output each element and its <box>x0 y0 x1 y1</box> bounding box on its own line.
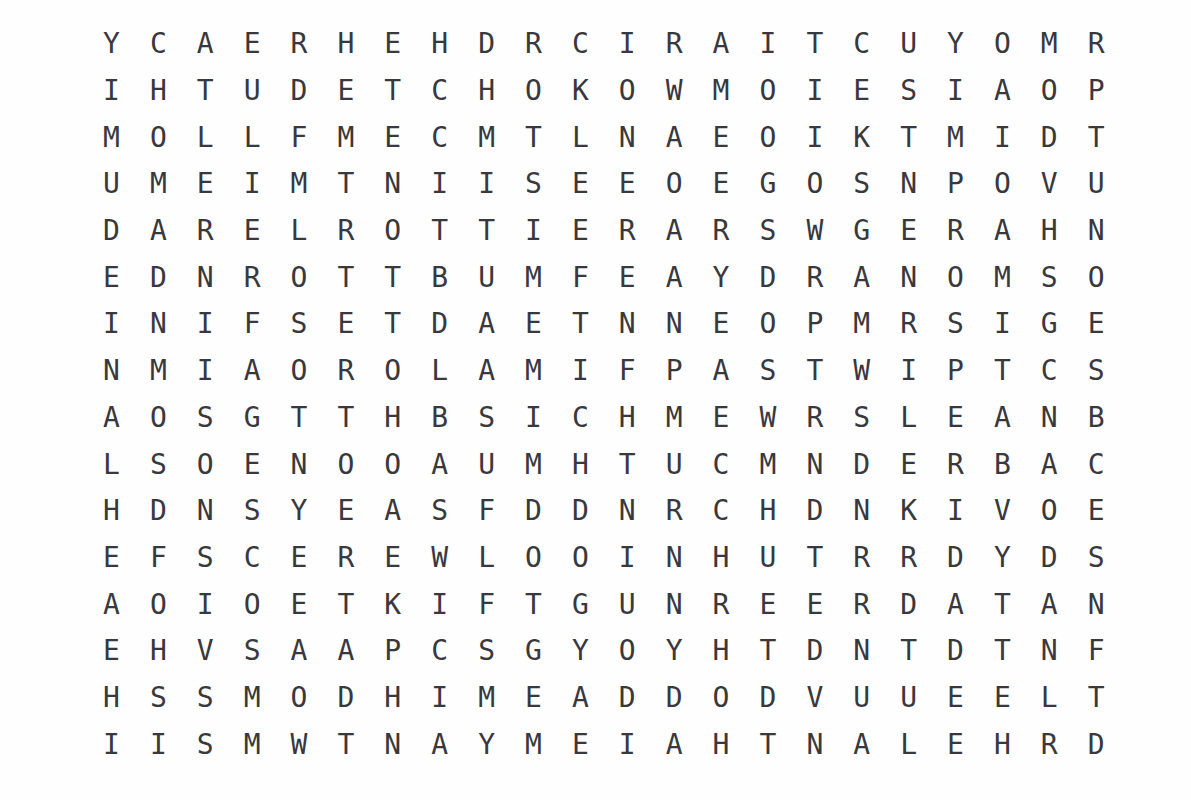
grid-cell[interactable]: T <box>510 114 557 161</box>
grid-cell[interactable]: O <box>1026 68 1073 115</box>
grid-cell[interactable]: H <box>604 395 651 442</box>
grid-cell[interactable]: R <box>932 441 979 488</box>
grid-cell[interactable]: O <box>604 68 651 115</box>
grid-cell[interactable]: W <box>651 68 698 115</box>
grid-cell[interactable]: E <box>229 21 276 68</box>
grid-cell[interactable]: A <box>182 21 229 68</box>
grid-cell[interactable]: F <box>1073 628 1120 675</box>
grid-cell[interactable]: G <box>1026 301 1073 348</box>
grid-cell[interactable]: I <box>744 21 791 68</box>
grid-cell[interactable]: E <box>885 441 932 488</box>
grid-cell[interactable]: E <box>322 488 369 535</box>
grid-cell[interactable]: E <box>322 68 369 115</box>
grid-cell[interactable]: O <box>698 675 745 722</box>
grid-cell[interactable]: M <box>651 395 698 442</box>
grid-cell[interactable]: E <box>182 161 229 208</box>
grid-cell[interactable]: N <box>182 254 229 301</box>
grid-cell[interactable]: E <box>369 21 416 68</box>
grid-cell[interactable]: O <box>744 68 791 115</box>
grid-cell[interactable]: E <box>557 161 604 208</box>
grid-cell[interactable]: R <box>885 535 932 582</box>
grid-cell[interactable]: E <box>838 68 885 115</box>
grid-cell[interactable]: D <box>932 628 979 675</box>
grid-cell[interactable]: R <box>698 581 745 628</box>
grid-cell[interactable]: I <box>182 301 229 348</box>
grid-cell[interactable]: D <box>604 675 651 722</box>
grid-cell[interactable]: A <box>979 208 1026 255</box>
grid-cell[interactable]: U <box>838 675 885 722</box>
grid-cell[interactable]: Y <box>463 721 510 768</box>
grid-cell[interactable]: O <box>510 68 557 115</box>
grid-cell[interactable]: E <box>698 161 745 208</box>
grid-cell[interactable]: H <box>698 721 745 768</box>
grid-cell[interactable]: M <box>744 441 791 488</box>
grid-cell[interactable]: D <box>1026 114 1073 161</box>
grid-cell[interactable]: I <box>932 488 979 535</box>
grid-cell[interactable]: S <box>276 301 323 348</box>
grid-cell[interactable]: M <box>322 114 369 161</box>
grid-cell[interactable]: D <box>416 301 463 348</box>
grid-cell[interactable]: R <box>604 208 651 255</box>
grid-cell[interactable]: S <box>1026 254 1073 301</box>
grid-cell[interactable]: M <box>229 675 276 722</box>
grid-cell[interactable]: H <box>135 68 182 115</box>
grid-cell[interactable]: C <box>416 628 463 675</box>
grid-cell[interactable]: A <box>1026 581 1073 628</box>
grid-cell[interactable]: S <box>838 395 885 442</box>
grid-cell[interactable]: D <box>135 488 182 535</box>
grid-cell[interactable]: M <box>932 114 979 161</box>
grid-cell[interactable]: N <box>369 161 416 208</box>
grid-cell[interactable]: O <box>369 441 416 488</box>
grid-cell[interactable]: B <box>416 254 463 301</box>
grid-cell[interactable]: A <box>838 721 885 768</box>
grid-cell[interactable]: K <box>885 488 932 535</box>
grid-cell[interactable]: O <box>651 161 698 208</box>
grid-cell[interactable]: M <box>510 721 557 768</box>
grid-cell[interactable]: O <box>791 161 838 208</box>
grid-cell[interactable]: I <box>416 581 463 628</box>
grid-cell[interactable]: Y <box>932 21 979 68</box>
grid-cell[interactable]: R <box>1073 21 1120 68</box>
grid-cell[interactable]: E <box>979 675 1026 722</box>
grid-cell[interactable]: T <box>463 208 510 255</box>
grid-cell[interactable]: E <box>791 581 838 628</box>
grid-cell[interactable]: N <box>604 301 651 348</box>
grid-cell[interactable]: A <box>1026 441 1073 488</box>
grid-cell[interactable]: V <box>1026 161 1073 208</box>
grid-cell[interactable]: E <box>510 675 557 722</box>
grid-cell[interactable]: H <box>369 395 416 442</box>
grid-cell[interactable]: C <box>1073 441 1120 488</box>
grid-cell[interactable]: O <box>276 675 323 722</box>
grid-cell[interactable]: A <box>463 348 510 395</box>
grid-cell[interactable]: I <box>932 68 979 115</box>
grid-cell[interactable]: I <box>88 68 135 115</box>
grid-cell[interactable]: C <box>557 395 604 442</box>
grid-cell[interactable]: C <box>416 68 463 115</box>
grid-cell[interactable]: O <box>369 208 416 255</box>
grid-cell[interactable]: R <box>791 395 838 442</box>
grid-cell[interactable]: A <box>416 721 463 768</box>
grid-cell[interactable]: T <box>322 721 369 768</box>
grid-cell[interactable]: H <box>416 21 463 68</box>
grid-cell[interactable]: I <box>416 161 463 208</box>
grid-cell[interactable]: L <box>1026 675 1073 722</box>
grid-cell[interactable]: N <box>838 628 885 675</box>
grid-cell[interactable]: S <box>744 348 791 395</box>
grid-cell[interactable]: O <box>744 114 791 161</box>
grid-cell[interactable]: D <box>1073 721 1120 768</box>
grid-cell[interactable]: M <box>135 348 182 395</box>
grid-cell[interactable]: A <box>135 208 182 255</box>
grid-cell[interactable]: N <box>182 488 229 535</box>
grid-cell[interactable]: T <box>979 348 1026 395</box>
grid-cell[interactable]: R <box>1026 721 1073 768</box>
grid-cell[interactable]: R <box>791 254 838 301</box>
grid-cell[interactable]: A <box>698 348 745 395</box>
grid-cell[interactable]: M <box>463 114 510 161</box>
grid-cell[interactable]: P <box>791 301 838 348</box>
grid-cell[interactable]: N <box>135 301 182 348</box>
grid-cell[interactable]: A <box>463 301 510 348</box>
grid-cell[interactable]: O <box>979 21 1026 68</box>
grid-cell[interactable]: M <box>276 161 323 208</box>
grid-cell[interactable]: E <box>604 254 651 301</box>
grid-cell[interactable]: S <box>229 488 276 535</box>
grid-cell[interactable]: L <box>557 114 604 161</box>
grid-cell[interactable]: C <box>135 21 182 68</box>
grid-cell[interactable]: H <box>698 535 745 582</box>
grid-cell[interactable]: D <box>322 675 369 722</box>
grid-cell[interactable]: R <box>322 535 369 582</box>
grid-cell[interactable]: U <box>885 675 932 722</box>
grid-cell[interactable]: G <box>838 208 885 255</box>
grid-cell[interactable]: T <box>557 301 604 348</box>
grid-cell[interactable]: T <box>322 254 369 301</box>
grid-cell[interactable]: F <box>276 114 323 161</box>
grid-cell[interactable]: E <box>932 395 979 442</box>
grid-cell[interactable]: D <box>651 675 698 722</box>
grid-cell[interactable]: F <box>463 488 510 535</box>
grid-cell[interactable]: P <box>369 628 416 675</box>
grid-cell[interactable]: N <box>88 348 135 395</box>
grid-cell[interactable]: T <box>979 628 1026 675</box>
grid-cell[interactable]: S <box>182 535 229 582</box>
grid-cell[interactable]: A <box>651 208 698 255</box>
grid-cell[interactable]: N <box>1026 628 1073 675</box>
grid-cell[interactable]: I <box>885 348 932 395</box>
grid-cell[interactable]: O <box>510 535 557 582</box>
grid-cell[interactable]: V <box>182 628 229 675</box>
grid-cell[interactable]: H <box>88 488 135 535</box>
grid-cell[interactable]: A <box>416 441 463 488</box>
grid-cell[interactable]: M <box>838 301 885 348</box>
grid-cell[interactable]: O <box>182 441 229 488</box>
grid-cell[interactable]: O <box>979 161 1026 208</box>
grid-cell[interactable]: S <box>885 68 932 115</box>
grid-cell[interactable]: W <box>838 348 885 395</box>
grid-cell[interactable]: N <box>838 488 885 535</box>
grid-cell[interactable]: S <box>1073 348 1120 395</box>
grid-cell[interactable]: Y <box>651 628 698 675</box>
grid-cell[interactable]: T <box>369 254 416 301</box>
grid-cell[interactable]: O <box>1073 254 1120 301</box>
grid-cell[interactable]: F <box>229 301 276 348</box>
grid-cell[interactable]: L <box>885 395 932 442</box>
grid-cell[interactable]: Y <box>88 21 135 68</box>
grid-cell[interactable]: M <box>510 441 557 488</box>
grid-cell[interactable]: W <box>791 208 838 255</box>
grid-cell[interactable]: E <box>557 721 604 768</box>
grid-cell[interactable]: S <box>838 161 885 208</box>
grid-cell[interactable]: T <box>791 535 838 582</box>
grid-cell[interactable]: D <box>557 488 604 535</box>
grid-cell[interactable]: N <box>651 581 698 628</box>
grid-cell[interactable]: C <box>557 21 604 68</box>
grid-cell[interactable]: C <box>698 488 745 535</box>
grid-cell[interactable]: S <box>463 395 510 442</box>
grid-cell[interactable]: A <box>651 114 698 161</box>
grid-cell[interactable]: E <box>369 114 416 161</box>
grid-cell[interactable]: R <box>651 488 698 535</box>
grid-cell[interactable]: T <box>604 441 651 488</box>
grid-cell[interactable]: G <box>229 395 276 442</box>
grid-cell[interactable]: E <box>88 628 135 675</box>
grid-cell[interactable]: I <box>229 161 276 208</box>
grid-cell[interactable]: A <box>979 68 1026 115</box>
grid-cell[interactable]: E <box>369 535 416 582</box>
grid-cell[interactable]: D <box>1026 535 1073 582</box>
grid-cell[interactable]: S <box>182 395 229 442</box>
grid-cell[interactable]: T <box>276 395 323 442</box>
grid-cell[interactable]: D <box>463 21 510 68</box>
grid-cell[interactable]: A <box>651 721 698 768</box>
grid-cell[interactable]: T <box>885 628 932 675</box>
grid-cell[interactable]: Y <box>557 628 604 675</box>
grid-cell[interactable]: O <box>135 581 182 628</box>
grid-cell[interactable]: H <box>698 628 745 675</box>
grid-cell[interactable]: H <box>744 488 791 535</box>
grid-cell[interactable]: E <box>229 441 276 488</box>
grid-cell[interactable]: I <box>510 395 557 442</box>
grid-cell[interactable]: N <box>1026 395 1073 442</box>
grid-cell[interactable]: E <box>604 161 651 208</box>
grid-cell[interactable]: A <box>88 395 135 442</box>
grid-cell[interactable]: W <box>416 535 463 582</box>
grid-cell[interactable]: E <box>698 301 745 348</box>
grid-cell[interactable]: U <box>229 68 276 115</box>
grid-cell[interactable]: W <box>276 721 323 768</box>
grid-cell[interactable]: T <box>322 395 369 442</box>
grid-cell[interactable]: H <box>1026 208 1073 255</box>
grid-cell[interactable]: M <box>1026 21 1073 68</box>
grid-cell[interactable]: L <box>88 441 135 488</box>
grid-cell[interactable]: P <box>1073 68 1120 115</box>
grid-cell[interactable]: T <box>1073 675 1120 722</box>
grid-cell[interactable]: D <box>838 441 885 488</box>
grid-cell[interactable]: A <box>979 395 1026 442</box>
grid-cell[interactable]: S <box>416 488 463 535</box>
grid-cell[interactable]: T <box>744 628 791 675</box>
grid-cell[interactable]: N <box>276 441 323 488</box>
grid-cell[interactable]: O <box>229 581 276 628</box>
grid-cell[interactable]: I <box>182 348 229 395</box>
grid-cell[interactable]: O <box>322 441 369 488</box>
grid-cell[interactable]: O <box>369 348 416 395</box>
grid-cell[interactable]: H <box>322 21 369 68</box>
grid-cell[interactable]: I <box>135 721 182 768</box>
grid-cell[interactable]: N <box>604 488 651 535</box>
grid-cell[interactable]: G <box>744 161 791 208</box>
grid-cell[interactable]: L <box>463 535 510 582</box>
grid-cell[interactable]: E <box>698 114 745 161</box>
grid-cell[interactable]: T <box>416 208 463 255</box>
grid-cell[interactable]: A <box>88 581 135 628</box>
grid-cell[interactable]: O <box>557 535 604 582</box>
grid-cell[interactable]: S <box>182 721 229 768</box>
grid-cell[interactable]: E <box>276 581 323 628</box>
grid-cell[interactable]: I <box>791 114 838 161</box>
grid-cell[interactable]: D <box>885 581 932 628</box>
grid-cell[interactable]: U <box>88 161 135 208</box>
grid-cell[interactable]: F <box>604 348 651 395</box>
grid-cell[interactable]: I <box>88 301 135 348</box>
grid-cell[interactable]: I <box>604 535 651 582</box>
grid-cell[interactable]: I <box>604 21 651 68</box>
grid-cell[interactable]: T <box>182 68 229 115</box>
grid-cell[interactable]: M <box>510 348 557 395</box>
grid-cell[interactable]: H <box>463 68 510 115</box>
grid-cell[interactable]: R <box>322 348 369 395</box>
grid-cell[interactable]: C <box>698 441 745 488</box>
grid-cell[interactable]: M <box>135 161 182 208</box>
grid-cell[interactable]: S <box>1073 535 1120 582</box>
grid-cell[interactable]: B <box>979 441 1026 488</box>
grid-cell[interactable]: T <box>322 581 369 628</box>
grid-cell[interactable]: T <box>369 68 416 115</box>
grid-cell[interactable]: S <box>510 161 557 208</box>
grid-cell[interactable]: P <box>932 348 979 395</box>
grid-cell[interactable]: T <box>369 301 416 348</box>
grid-cell[interactable]: L <box>229 114 276 161</box>
grid-cell[interactable]: D <box>744 675 791 722</box>
grid-cell[interactable]: I <box>604 721 651 768</box>
grid-cell[interactable]: D <box>510 488 557 535</box>
grid-cell[interactable]: N <box>369 721 416 768</box>
grid-cell[interactable]: L <box>416 348 463 395</box>
grid-cell[interactable]: N <box>791 441 838 488</box>
grid-cell[interactable]: I <box>463 161 510 208</box>
grid-cell[interactable]: D <box>932 535 979 582</box>
grid-cell[interactable]: Y <box>276 488 323 535</box>
grid-cell[interactable]: Y <box>698 254 745 301</box>
grid-cell[interactable]: U <box>885 21 932 68</box>
grid-cell[interactable]: M <box>979 254 1026 301</box>
grid-cell[interactable]: R <box>698 208 745 255</box>
grid-cell[interactable]: Y <box>979 535 1026 582</box>
grid-cell[interactable]: W <box>744 395 791 442</box>
grid-cell[interactable]: T <box>885 114 932 161</box>
grid-cell[interactable]: D <box>744 254 791 301</box>
grid-cell[interactable]: M <box>510 254 557 301</box>
grid-cell[interactable]: E <box>1073 301 1120 348</box>
grid-cell[interactable]: A <box>276 628 323 675</box>
grid-cell[interactable]: H <box>557 441 604 488</box>
grid-cell[interactable]: L <box>885 721 932 768</box>
grid-cell[interactable]: A <box>557 675 604 722</box>
grid-cell[interactable]: E <box>510 301 557 348</box>
grid-cell[interactable]: A <box>838 254 885 301</box>
grid-cell[interactable]: I <box>791 68 838 115</box>
grid-cell[interactable]: I <box>88 721 135 768</box>
grid-cell[interactable]: U <box>604 581 651 628</box>
grid-cell[interactable]: D <box>791 628 838 675</box>
grid-cell[interactable]: I <box>557 348 604 395</box>
grid-cell[interactable]: S <box>463 628 510 675</box>
grid-cell[interactable]: P <box>651 348 698 395</box>
grid-cell[interactable]: I <box>510 208 557 255</box>
grid-cell[interactable]: D <box>276 68 323 115</box>
grid-cell[interactable]: D <box>135 254 182 301</box>
grid-cell[interactable]: E <box>276 535 323 582</box>
grid-cell[interactable]: N <box>651 535 698 582</box>
grid-cell[interactable]: K <box>557 68 604 115</box>
grid-cell[interactable]: M <box>88 114 135 161</box>
grid-cell[interactable]: N <box>1073 581 1120 628</box>
grid-cell[interactable]: D <box>791 488 838 535</box>
grid-cell[interactable]: O <box>932 254 979 301</box>
grid-cell[interactable]: T <box>510 581 557 628</box>
grid-cell[interactable]: S <box>229 628 276 675</box>
grid-cell[interactable]: O <box>135 114 182 161</box>
grid-cell[interactable]: L <box>276 208 323 255</box>
grid-cell[interactable]: D <box>88 208 135 255</box>
grid-cell[interactable]: K <box>369 581 416 628</box>
grid-cell[interactable]: U <box>1073 161 1120 208</box>
grid-cell[interactable]: F <box>463 581 510 628</box>
grid-cell[interactable]: E <box>932 721 979 768</box>
grid-cell[interactable]: A <box>322 628 369 675</box>
grid-cell[interactable]: C <box>416 114 463 161</box>
grid-cell[interactable]: V <box>979 488 1026 535</box>
grid-cell[interactable]: E <box>88 535 135 582</box>
grid-cell[interactable]: E <box>322 301 369 348</box>
grid-cell[interactable]: V <box>791 675 838 722</box>
grid-cell[interactable]: U <box>651 441 698 488</box>
grid-cell[interactable]: N <box>604 114 651 161</box>
grid-cell[interactable]: A <box>651 254 698 301</box>
grid-cell[interactable]: B <box>416 395 463 442</box>
grid-cell[interactable]: C <box>1026 348 1073 395</box>
word-search-board[interactable]: YCAERHEHDRCIRAITCUYOMRIHTUDETCHOKOWMOIES… <box>88 21 1120 768</box>
grid-cell[interactable]: U <box>463 254 510 301</box>
grid-cell[interactable]: C <box>229 535 276 582</box>
grid-cell[interactable]: R <box>510 21 557 68</box>
grid-cell[interactable]: E <box>744 581 791 628</box>
grid-cell[interactable]: G <box>510 628 557 675</box>
grid-cell[interactable]: A <box>932 581 979 628</box>
grid-cell[interactable]: T <box>791 21 838 68</box>
grid-cell[interactable]: K <box>838 114 885 161</box>
grid-cell[interactable]: L <box>182 114 229 161</box>
grid-cell[interactable]: E <box>88 254 135 301</box>
grid-cell[interactable]: H <box>979 721 1026 768</box>
grid-cell[interactable]: E <box>885 208 932 255</box>
grid-cell[interactable]: B <box>1073 395 1120 442</box>
grid-cell[interactable]: H <box>88 675 135 722</box>
grid-cell[interactable]: F <box>135 535 182 582</box>
